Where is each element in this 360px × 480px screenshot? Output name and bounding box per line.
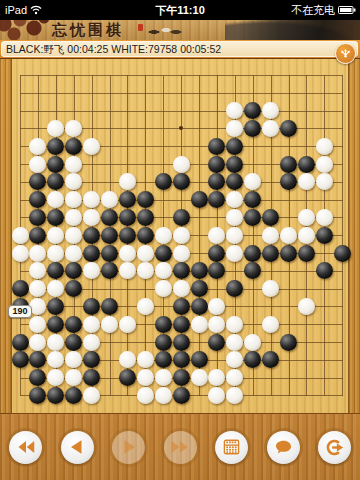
stone-white (101, 191, 118, 208)
stone-white (226, 316, 243, 333)
stone-black (208, 334, 225, 351)
stone-black (155, 316, 172, 333)
stone-black (280, 245, 297, 262)
stone-black (65, 280, 82, 297)
stone-white (208, 387, 225, 404)
mountain-ink-art (225, 20, 360, 40)
stone-black (29, 387, 46, 404)
chat-button[interactable] (267, 431, 300, 464)
stone-black (173, 173, 190, 190)
stone-black (244, 191, 261, 208)
stone-black (101, 262, 118, 279)
stone-white (155, 227, 172, 244)
leaves-art (0, 20, 52, 40)
stone-white (226, 102, 243, 119)
stone-black (298, 245, 315, 262)
stone-white (65, 245, 82, 262)
stone-black (280, 334, 297, 351)
stone-white (191, 316, 208, 333)
stone-white (29, 280, 46, 297)
stone-white (155, 369, 172, 386)
stone-black (173, 262, 190, 279)
stone-black (119, 369, 136, 386)
black-label: BLACK: (6, 43, 43, 55)
stone-white (65, 369, 82, 386)
variation-fork-button[interactable] (335, 43, 356, 64)
stone-white (65, 156, 82, 173)
stone-white (83, 387, 100, 404)
stone-black (208, 262, 225, 279)
stone-black (83, 227, 100, 244)
stone-black (65, 316, 82, 333)
stone-white (47, 280, 64, 297)
stone-black (47, 156, 64, 173)
grid-line-v (199, 75, 200, 396)
stone-black (208, 245, 225, 262)
grid-line-v (342, 75, 343, 396)
stone-black (244, 245, 261, 262)
stone-black (137, 227, 154, 244)
stone-black (173, 316, 190, 333)
stone-white (119, 262, 136, 279)
stone-white (226, 245, 243, 262)
stone-black (173, 298, 190, 315)
stone-white (12, 245, 29, 262)
battery-icon (338, 5, 356, 15)
stone-white (137, 245, 154, 262)
stone-black (119, 227, 136, 244)
stone-black (226, 280, 243, 297)
stone-black (29, 351, 46, 368)
stone-black (155, 245, 172, 262)
stone-black (208, 138, 225, 155)
stone-black (155, 173, 172, 190)
stone-white (191, 369, 208, 386)
stone-black (173, 351, 190, 368)
stone-white (226, 351, 243, 368)
stone-white (244, 173, 261, 190)
stone-black (173, 334, 190, 351)
stone-black (244, 262, 261, 279)
fork-arrows-icon (339, 47, 352, 60)
last-move-number-badge: 190 (8, 305, 32, 318)
stone-white (65, 209, 82, 226)
stone-white (226, 387, 243, 404)
stone-white (262, 120, 279, 137)
stone-black (191, 351, 208, 368)
stone-black (244, 209, 261, 226)
go-players-ink-art (146, 22, 186, 39)
players-clock-bar: BLACK:野飞00:04:25WHITE:7975800:05:52 (1, 41, 358, 57)
rewind-to-start-button[interactable] (9, 431, 42, 464)
stone-white (262, 102, 279, 119)
stone-black (65, 262, 82, 279)
stone-white (47, 245, 64, 262)
stone-white (83, 191, 100, 208)
stone-black (83, 298, 100, 315)
stone-white (47, 369, 64, 386)
stone-black (65, 334, 82, 351)
stone-black (280, 173, 297, 190)
stone-black (12, 334, 29, 351)
stone-black (101, 298, 118, 315)
goban[interactable]: 190 (0, 59, 360, 413)
white-label: WHITE: (111, 43, 148, 55)
app-title: 忘忧围棋 (52, 21, 124, 40)
stone-white (29, 262, 46, 279)
stone-black (83, 369, 100, 386)
game-info-strip: BLACK:野飞00:04:25WHITE:7975800:05:52 (0, 40, 360, 59)
stone-black (262, 351, 279, 368)
stone-white (173, 280, 190, 297)
stone-white (12, 227, 29, 244)
app-header-banner: 忘忧围棋 (0, 20, 360, 40)
speech-bubble-icon (274, 438, 293, 456)
stone-black (47, 209, 64, 226)
stone-black (101, 209, 118, 226)
stone-white (298, 173, 315, 190)
right-triangle-icon (120, 438, 138, 456)
stone-white (226, 369, 243, 386)
stone-white (226, 227, 243, 244)
stone-white (29, 334, 46, 351)
stone-white (29, 138, 46, 155)
stone-black (101, 227, 118, 244)
stone-black (47, 387, 64, 404)
stone-white (173, 156, 190, 173)
stone-black (226, 156, 243, 173)
stone-black (47, 262, 64, 279)
stone-black (47, 316, 64, 333)
stone-white (65, 351, 82, 368)
stone-black (173, 209, 190, 226)
stone-black (191, 280, 208, 297)
stone-black (244, 120, 261, 137)
stone-black (119, 191, 136, 208)
stone-white (47, 227, 64, 244)
app-window: iPad 下午11:10 不在充电 忘忧围棋 BLACK:野飞00:04:2 (0, 0, 360, 480)
stone-white (65, 227, 82, 244)
stone-black (173, 369, 190, 386)
ios-status-bar: iPad 下午11:10 不在充电 (0, 0, 360, 20)
stone-black (29, 173, 46, 190)
stone-white (155, 387, 172, 404)
stone-white (65, 191, 82, 208)
stone-white (101, 316, 118, 333)
stone-white (262, 316, 279, 333)
stone-black (155, 334, 172, 351)
stone-white (316, 138, 333, 155)
stone-black (226, 138, 243, 155)
stone-white (226, 191, 243, 208)
stone-black (119, 209, 136, 226)
stone-black (316, 262, 333, 279)
stone-black (191, 262, 208, 279)
stone-black (29, 209, 46, 226)
stone-black (316, 227, 333, 244)
stone-white (83, 262, 100, 279)
stone-black (191, 191, 208, 208)
stone-white (137, 387, 154, 404)
stone-white (298, 298, 315, 315)
stone-white (316, 156, 333, 173)
count-score-button[interactable] (215, 431, 248, 464)
stone-white (47, 191, 64, 208)
exit-arrow-icon (325, 438, 344, 457)
stone-white (119, 173, 136, 190)
stone-white (119, 351, 136, 368)
stone-white (173, 227, 190, 244)
stone-white (280, 227, 297, 244)
stone-white (137, 369, 154, 386)
stone-white (262, 227, 279, 244)
stone-white (155, 280, 172, 297)
stone-white (208, 227, 225, 244)
double-right-triangle-icon (170, 438, 190, 456)
stone-white (226, 209, 243, 226)
stone-black (83, 351, 100, 368)
stone-black (137, 191, 154, 208)
stone-white (83, 138, 100, 155)
stone-white (208, 369, 225, 386)
stone-black (12, 280, 29, 297)
stone-black (191, 298, 208, 315)
stone-black (208, 156, 225, 173)
stone-white (29, 156, 46, 173)
stone-white (65, 120, 82, 137)
stone-white (137, 298, 154, 315)
bottom-toolbar (0, 413, 360, 480)
stone-white (298, 227, 315, 244)
board-grid[interactable] (0, 59, 360, 413)
stone-white (298, 209, 315, 226)
fast-forward-button[interactable] (164, 431, 197, 464)
stone-black (47, 138, 64, 155)
stone-black (29, 191, 46, 208)
stone-black (298, 156, 315, 173)
stone-white (29, 245, 46, 262)
stone-black (262, 209, 279, 226)
stone-black (280, 120, 297, 137)
stone-black (226, 173, 243, 190)
stone-black (280, 156, 297, 173)
stone-black (83, 245, 100, 262)
stone-black (65, 138, 82, 155)
stone-black (208, 191, 225, 208)
stone-black (244, 102, 261, 119)
stone-white (47, 334, 64, 351)
stone-white (137, 351, 154, 368)
step-forward-button[interactable] (112, 431, 145, 464)
stone-white (262, 280, 279, 297)
stone-black (334, 245, 351, 262)
black-time: 00:04:25 (67, 43, 108, 55)
stone-black (101, 245, 118, 262)
stone-white (47, 120, 64, 137)
black-player-name: 野飞 (43, 43, 64, 55)
stone-black (173, 387, 190, 404)
stone-black (244, 351, 261, 368)
stone-black (47, 298, 64, 315)
stone-black (29, 369, 46, 386)
stone-black (262, 245, 279, 262)
stone-white (226, 334, 243, 351)
stone-black (137, 209, 154, 226)
stone-white (316, 173, 333, 190)
stone-black (155, 351, 172, 368)
stone-white (137, 262, 154, 279)
stone-white (226, 120, 243, 137)
stone-white (29, 316, 46, 333)
stone-white (155, 262, 172, 279)
stone-white (244, 334, 261, 351)
white-time: 00:05:52 (180, 43, 221, 55)
stone-white (83, 334, 100, 351)
stone-black (47, 173, 64, 190)
battery-status-label: 不在充电 (291, 0, 335, 20)
stone-white (47, 351, 64, 368)
stone-white (173, 245, 190, 262)
white-player-name: 79758 (148, 43, 177, 55)
stone-white (119, 245, 136, 262)
step-back-button[interactable] (61, 431, 94, 464)
stone-white (208, 316, 225, 333)
stone-white (316, 209, 333, 226)
stone-black (65, 387, 82, 404)
exit-button[interactable] (318, 431, 351, 464)
red-seal-icon (138, 24, 143, 31)
star-point (179, 126, 183, 130)
stone-white (83, 316, 100, 333)
stone-black (29, 227, 46, 244)
stone-white (119, 316, 136, 333)
stone-white (208, 298, 225, 315)
stone-white (83, 209, 100, 226)
stone-white (65, 173, 82, 190)
abacus-icon (222, 438, 241, 456)
stone-black (12, 351, 29, 368)
double-left-triangle-icon (16, 438, 36, 456)
left-triangle-icon (68, 438, 86, 456)
stone-black (208, 173, 225, 190)
